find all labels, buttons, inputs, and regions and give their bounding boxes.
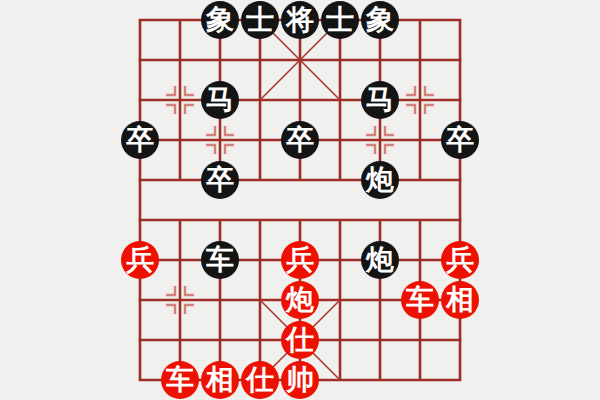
piece-red-pawn[interactable]: 兵 [441,241,479,279]
piece-black-pawn[interactable]: 卒 [121,121,159,159]
piece-red-chariot[interactable]: 车 [401,281,439,319]
piece-black-horse[interactable]: 马 [361,81,399,119]
piece-red-advisor[interactable]: 仕 [241,361,279,399]
piece-red-general[interactable]: 帅 [281,361,319,399]
xiangqi-board: 象士将士象马马卒卒卒卒炮车炮兵兵兵炮车相仕车相仕帅 [0,0,600,400]
piece-black-pawn[interactable]: 卒 [201,161,239,199]
piece-black-general[interactable]: 将 [281,1,319,39]
piece-black-pawn[interactable]: 卒 [441,121,479,159]
piece-red-pawn[interactable]: 兵 [281,241,319,279]
piece-black-pawn[interactable]: 卒 [281,121,319,159]
piece-red-elephant[interactable]: 相 [201,361,239,399]
piece-red-advisor[interactable]: 仕 [281,321,319,359]
piece-black-elephant[interactable]: 象 [201,1,239,39]
piece-black-cannon[interactable]: 炮 [361,161,399,199]
piece-red-pawn[interactable]: 兵 [121,241,159,279]
piece-black-cannon[interactable]: 炮 [361,241,399,279]
piece-black-horse[interactable]: 马 [201,81,239,119]
piece-black-advisor[interactable]: 士 [321,1,359,39]
piece-red-elephant[interactable]: 相 [441,281,479,319]
piece-black-chariot[interactable]: 车 [201,241,239,279]
piece-black-elephant[interactable]: 象 [361,1,399,39]
piece-black-advisor[interactable]: 士 [241,1,279,39]
piece-red-cannon[interactable]: 炮 [281,281,319,319]
piece-red-chariot[interactable]: 车 [161,361,199,399]
